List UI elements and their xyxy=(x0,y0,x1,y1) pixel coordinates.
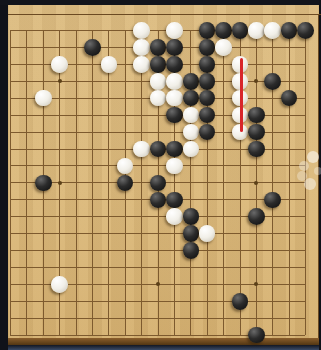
black-stone[interactable] xyxy=(248,208,265,225)
white-stone[interactable] xyxy=(35,90,52,107)
white-stone[interactable] xyxy=(166,73,183,90)
black-stone[interactable] xyxy=(166,107,183,124)
black-stone[interactable] xyxy=(183,225,200,242)
black-stone[interactable] xyxy=(281,22,298,39)
grid-line xyxy=(10,267,305,268)
grid-line xyxy=(10,250,305,251)
go-app-screenshot xyxy=(0,0,321,350)
black-stone[interactable] xyxy=(215,22,232,39)
white-stone[interactable] xyxy=(166,158,183,175)
black-stone[interactable] xyxy=(166,141,183,158)
white-stone[interactable] xyxy=(133,56,150,73)
black-stone[interactable] xyxy=(150,39,167,56)
black-stone[interactable] xyxy=(199,56,216,73)
black-stone[interactable] xyxy=(248,141,265,158)
grid-line xyxy=(223,30,224,335)
black-stone[interactable] xyxy=(166,192,183,209)
white-stone[interactable] xyxy=(248,22,265,39)
grid-line xyxy=(289,30,290,335)
white-stone[interactable] xyxy=(51,276,68,293)
glare-artifact xyxy=(304,178,316,190)
black-stone[interactable] xyxy=(183,242,200,259)
glare-artifact xyxy=(307,151,319,163)
black-stone[interactable] xyxy=(248,107,265,124)
grid-line xyxy=(10,318,305,319)
black-stone[interactable] xyxy=(35,175,52,192)
black-stone[interactable] xyxy=(248,124,265,141)
screenshot-frame-top xyxy=(0,0,321,5)
black-stone[interactable] xyxy=(232,22,249,39)
black-stone[interactable] xyxy=(248,327,265,344)
white-stone[interactable] xyxy=(133,22,150,39)
white-stone[interactable] xyxy=(133,141,150,158)
black-stone[interactable] xyxy=(183,73,200,90)
glare-artifact xyxy=(314,167,321,175)
black-stone[interactable] xyxy=(84,39,101,56)
white-stone[interactable] xyxy=(133,39,150,56)
red-line-annotation xyxy=(240,58,244,133)
black-stone[interactable] xyxy=(166,56,183,73)
white-stone[interactable] xyxy=(51,56,68,73)
white-stone[interactable] xyxy=(150,73,167,90)
screenshot-frame-bottom xyxy=(0,345,321,350)
black-stone[interactable] xyxy=(199,39,216,56)
white-stone[interactable] xyxy=(264,22,281,39)
white-stone[interactable] xyxy=(166,90,183,107)
black-stone[interactable] xyxy=(150,56,167,73)
grid-line xyxy=(10,233,305,234)
black-stone[interactable] xyxy=(264,192,281,209)
black-stone[interactable] xyxy=(166,39,183,56)
black-stone[interactable] xyxy=(297,22,314,39)
hoshi-point xyxy=(58,181,62,185)
black-stone[interactable] xyxy=(232,293,249,310)
white-stone[interactable] xyxy=(166,208,183,225)
glare-artifact xyxy=(299,161,309,171)
black-stone[interactable] xyxy=(199,22,216,39)
board-top-edge-line xyxy=(8,14,321,15)
grid-line xyxy=(10,301,305,302)
black-stone[interactable] xyxy=(183,208,200,225)
screenshot-frame-left xyxy=(0,0,8,350)
black-stone[interactable] xyxy=(199,73,216,90)
white-stone[interactable] xyxy=(215,39,232,56)
white-stone[interactable] xyxy=(101,56,118,73)
board-right-edge-line xyxy=(318,14,319,338)
black-stone[interactable] xyxy=(264,73,281,90)
white-stone[interactable] xyxy=(166,22,183,39)
